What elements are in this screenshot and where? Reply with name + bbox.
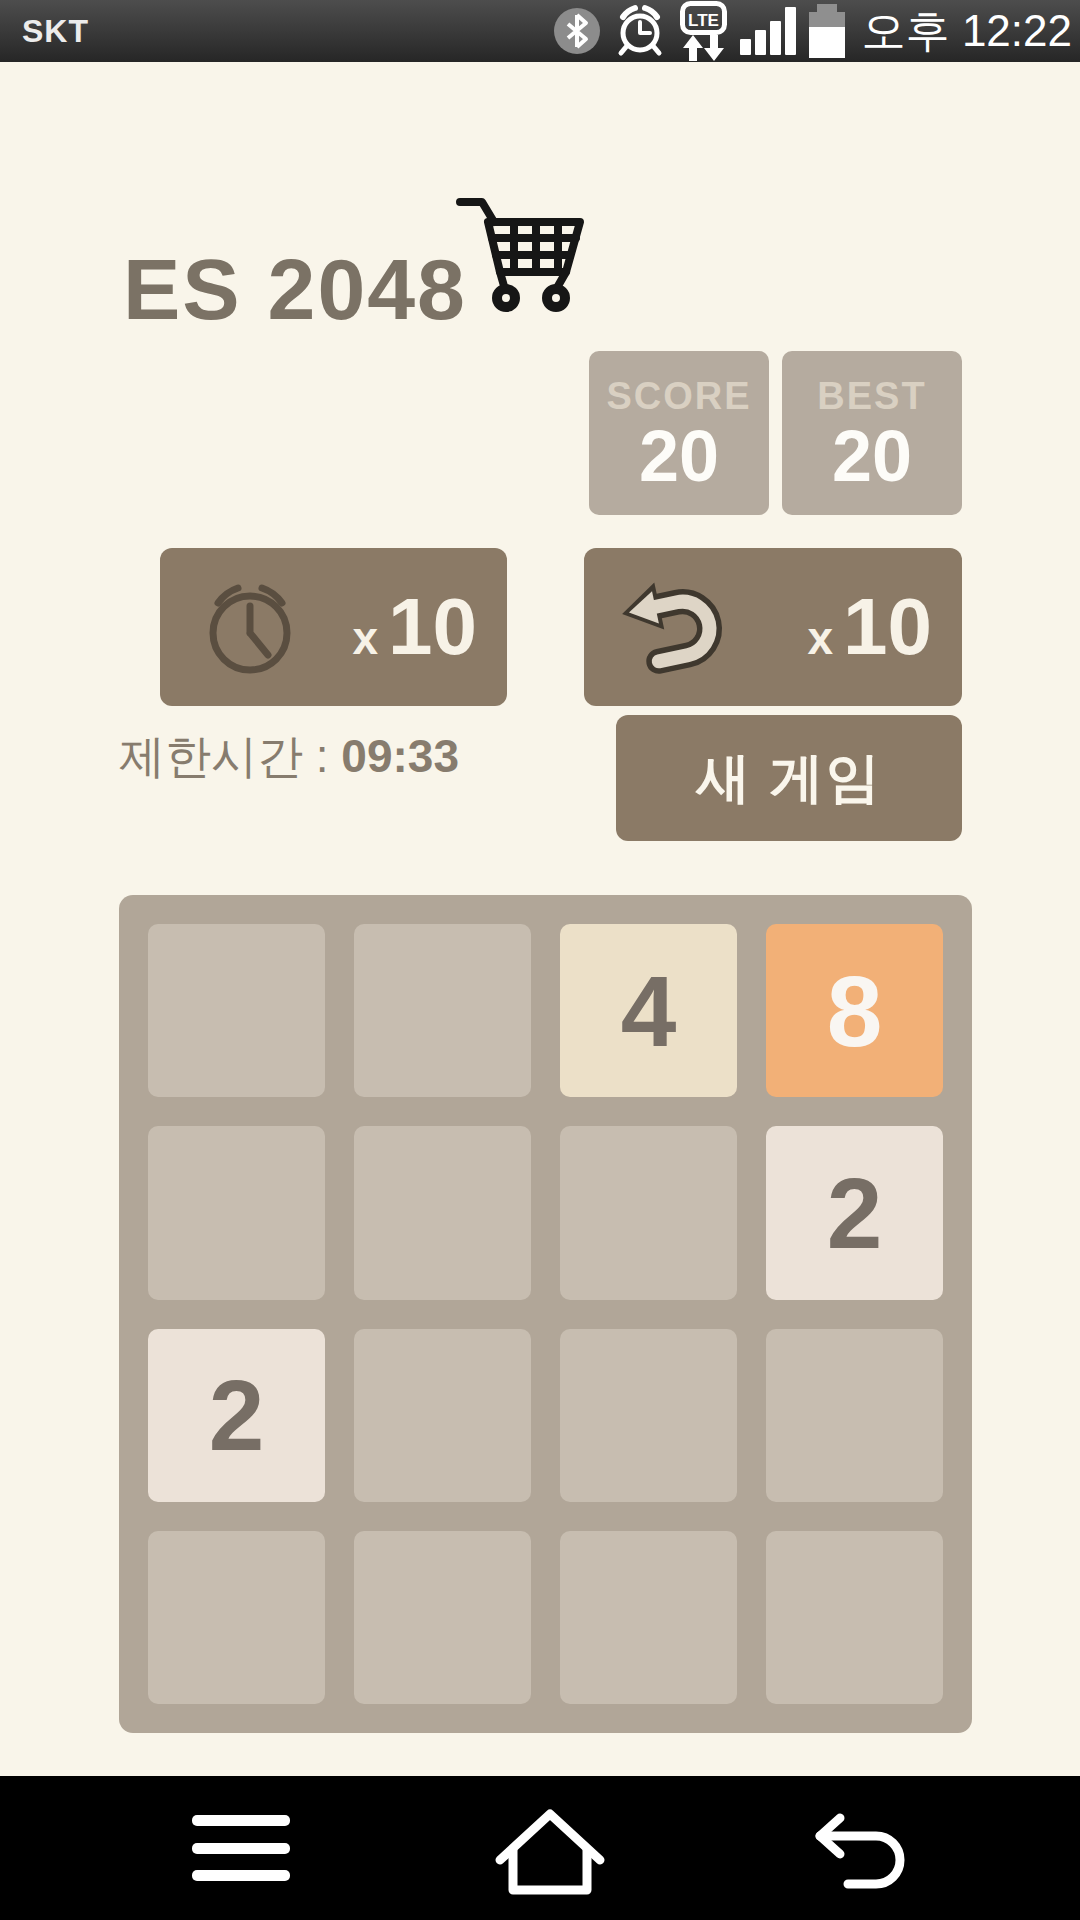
undo-arrow-icon bbox=[622, 577, 730, 677]
empty-cell-r4c3 bbox=[560, 1531, 737, 1704]
empty-cell-r2c1 bbox=[148, 1126, 325, 1299]
shopping-cart-icon bbox=[452, 186, 594, 320]
back-arrow-icon bbox=[794, 1810, 914, 1892]
best-label: BEST bbox=[817, 375, 926, 418]
status-bar: SKT LTE bbox=[0, 0, 1080, 62]
tile-2-r2c4: 2 bbox=[766, 1126, 943, 1299]
tile-4-r1c3: 4 bbox=[560, 924, 737, 1097]
empty-cell-r3c2 bbox=[354, 1329, 531, 1502]
board-grid[interactable]: 4822 bbox=[119, 895, 972, 1733]
status-icons: LTE 오후 12:22 bbox=[554, 1, 1072, 61]
tile-8-r1c4: 8 bbox=[766, 924, 943, 1097]
empty-cell-r2c2 bbox=[354, 1126, 531, 1299]
clock-time: 오후 12:22 bbox=[862, 2, 1072, 61]
score-box: SCORE 20 bbox=[589, 351, 769, 515]
svg-text:LTE: LTE bbox=[688, 11, 719, 30]
score-value: 20 bbox=[639, 420, 719, 492]
nav-menu-button[interactable] bbox=[192, 1815, 290, 1881]
empty-cell-r1c1 bbox=[148, 924, 325, 1097]
empty-cell-r4c1 bbox=[148, 1531, 325, 1704]
empty-cell-r1c2 bbox=[354, 924, 531, 1097]
nav-home-button[interactable] bbox=[490, 1800, 610, 1896]
battery-icon bbox=[809, 4, 845, 58]
empty-cell-r3c4 bbox=[766, 1329, 943, 1502]
empty-cell-r2c3 bbox=[560, 1126, 737, 1299]
time-limit-text: 제한시간 : 09:33 bbox=[119, 726, 459, 788]
score-label: SCORE bbox=[606, 375, 751, 418]
time-booster-count: x 10 bbox=[352, 587, 477, 667]
empty-cell-r3c3 bbox=[560, 1329, 737, 1502]
undo-booster-button[interactable]: x 10 bbox=[584, 548, 962, 706]
best-value: 20 bbox=[832, 420, 912, 492]
empty-cell-r4c4 bbox=[766, 1531, 943, 1704]
undo-booster-count: x 10 bbox=[807, 587, 932, 667]
carrier-label: SKT bbox=[22, 13, 89, 50]
new-game-button[interactable]: 새 게임 bbox=[616, 715, 962, 841]
time-limit-value: 09:33 bbox=[341, 730, 459, 782]
time-booster-button[interactable]: x 10 bbox=[160, 548, 507, 706]
signal-strength-icon bbox=[740, 7, 796, 55]
app-title: ES 2048 bbox=[123, 246, 467, 332]
home-icon bbox=[490, 1800, 610, 1896]
bluetooth-icon bbox=[554, 8, 600, 54]
best-box: BEST 20 bbox=[782, 351, 962, 515]
screen: SKT LTE bbox=[0, 0, 1080, 1920]
alarm-clock-icon bbox=[613, 3, 667, 59]
lte-network-icon: LTE bbox=[680, 1, 727, 61]
tile-2-r3c1: 2 bbox=[148, 1329, 325, 1502]
alarm-clock-booster-icon bbox=[198, 575, 302, 679]
empty-cell-r4c2 bbox=[354, 1531, 531, 1704]
nav-back-button[interactable] bbox=[794, 1810, 914, 1892]
menu-icon bbox=[192, 1815, 290, 1826]
shop-cart-button[interactable] bbox=[452, 186, 594, 320]
